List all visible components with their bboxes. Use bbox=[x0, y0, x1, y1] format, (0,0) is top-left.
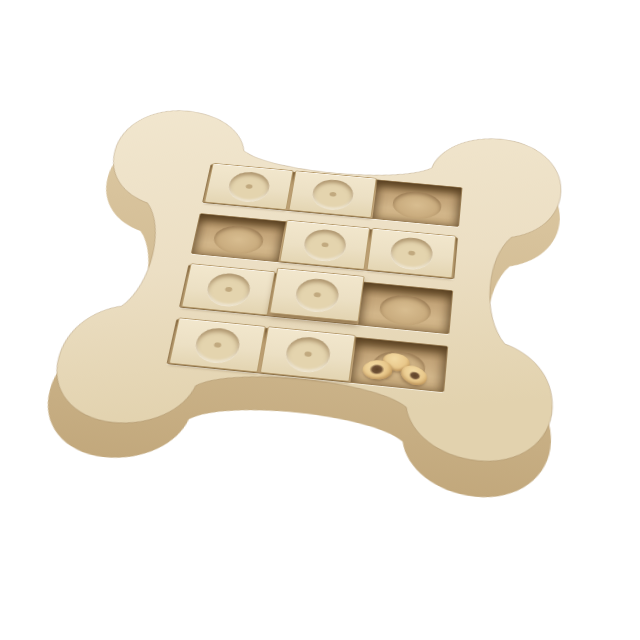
sliding-block-r3c1[interactable] bbox=[181, 263, 275, 315]
cell-r4c3 bbox=[351, 338, 448, 392]
sliding-block-r4c2[interactable] bbox=[260, 326, 356, 382]
open-treat-well-r2c1 bbox=[192, 214, 285, 262]
treat-recess-ring bbox=[226, 170, 272, 202]
open-treat-well-r1c3 bbox=[372, 180, 461, 226]
well-floor-depression bbox=[371, 349, 427, 385]
treat-filling-spot bbox=[368, 363, 386, 376]
cell-r4c2 bbox=[259, 329, 357, 382]
treat-recess-ring bbox=[193, 326, 243, 364]
treat-recess-ring bbox=[302, 227, 348, 261]
sliding-block-r1c2[interactable] bbox=[288, 170, 376, 217]
cell-r3c2 bbox=[269, 274, 364, 324]
puzzle-board bbox=[38, 103, 567, 473]
sliding-block-r2c2[interactable] bbox=[279, 220, 370, 270]
recess-center-dimple bbox=[321, 242, 329, 247]
cell-r4c1 bbox=[168, 320, 267, 373]
cell-r2c3 bbox=[365, 230, 456, 278]
recess-center-dimple bbox=[329, 191, 336, 196]
well-floor-depression bbox=[391, 190, 442, 221]
treat-recess-ring bbox=[389, 236, 434, 271]
recess-center-dimple bbox=[408, 250, 415, 255]
sliding-block-r2c3[interactable] bbox=[366, 228, 456, 278]
treat-piece[interactable] bbox=[381, 351, 412, 373]
recess-center-dimple bbox=[225, 286, 233, 291]
cell-r3c1 bbox=[180, 265, 276, 315]
recess-center-dimple bbox=[245, 184, 252, 189]
cell-r2c2 bbox=[278, 222, 370, 270]
well-floor-depression bbox=[378, 293, 432, 327]
treat-recess-ring bbox=[311, 178, 356, 211]
open-treat-well-r3c3 bbox=[358, 282, 452, 333]
channel-row-3 bbox=[179, 265, 453, 335]
recess-center-dimple bbox=[214, 342, 222, 348]
channel-rows bbox=[38, 103, 567, 473]
well-floor-depression bbox=[211, 224, 265, 256]
treat-cluster bbox=[359, 354, 438, 391]
cell-r2c1 bbox=[192, 214, 285, 262]
sliding-block-r3c2[interactable] bbox=[269, 268, 364, 322]
cell-r1c2 bbox=[287, 173, 377, 219]
sliding-block-r1c1[interactable] bbox=[204, 163, 293, 210]
product-photo-scene bbox=[0, 0, 640, 640]
treat-recess-ring bbox=[284, 335, 333, 373]
cell-r1c3 bbox=[372, 180, 461, 226]
cell-r1c1 bbox=[203, 165, 294, 210]
recess-center-dimple bbox=[304, 351, 312, 357]
treat-recess-ring bbox=[294, 277, 341, 313]
cell-r3c3 bbox=[358, 282, 452, 333]
treat-piece[interactable] bbox=[397, 362, 431, 388]
treat-filling-spot bbox=[407, 369, 423, 382]
open-treat-well-r4c3 bbox=[351, 338, 448, 392]
channel-row-4 bbox=[166, 319, 448, 392]
treat-recess-ring bbox=[205, 271, 253, 307]
recess-center-dimple bbox=[313, 292, 321, 297]
sliding-block-r4c1[interactable] bbox=[169, 317, 266, 372]
treat-piece[interactable] bbox=[361, 359, 393, 381]
